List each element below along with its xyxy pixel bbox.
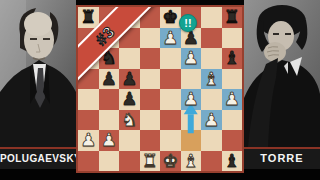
black-pawn-c4: ♟ bbox=[119, 89, 140, 110]
white-pawn-b2: ♟ bbox=[99, 130, 120, 151]
square-h2 bbox=[222, 130, 243, 151]
square-d6 bbox=[140, 48, 161, 69]
square-c5: ♟ bbox=[119, 69, 140, 90]
square-a2: ♟ bbox=[78, 130, 99, 151]
black-bishop-h6: ♝ bbox=[222, 48, 243, 69]
square-b4 bbox=[99, 89, 120, 110]
square-h5 bbox=[222, 69, 243, 90]
square-g2 bbox=[201, 130, 222, 151]
square-f4: ♟ bbox=[181, 89, 202, 110]
white-bishop-g5: ♝ bbox=[201, 69, 222, 90]
square-e5 bbox=[160, 69, 181, 90]
white-pawn-f4: ♟ bbox=[181, 89, 202, 110]
player-name-left: POLUGAEVSKY bbox=[0, 147, 76, 169]
square-b2: ♟ bbox=[99, 130, 120, 151]
white-king-e1: ♚ bbox=[160, 151, 181, 172]
white-pawn-h4: ♟ bbox=[222, 89, 243, 110]
player-name-right-label: TORRE bbox=[260, 152, 303, 164]
player-name-left-label: POLUGAEVSKY bbox=[0, 153, 81, 164]
square-g4 bbox=[201, 89, 222, 110]
white-bishop-f1: ♝ bbox=[181, 151, 202, 172]
chess-board: ♜♚♜♟♟♟♞♟♝♟♟♝♟♟♟♞♟♟♟♜♚♝♝ #3 !! bbox=[78, 7, 242, 171]
torre-portrait bbox=[244, 0, 320, 147]
square-a3 bbox=[78, 110, 99, 131]
square-c6 bbox=[119, 48, 140, 69]
black-pawn-c5: ♟ bbox=[119, 69, 140, 90]
square-f1: ♝ bbox=[181, 151, 202, 172]
square-g1 bbox=[201, 151, 222, 172]
black-rook-a8: ♜ bbox=[78, 7, 99, 28]
photo-torre bbox=[244, 0, 320, 147]
square-g7 bbox=[201, 28, 222, 49]
square-e2 bbox=[160, 130, 181, 151]
square-g6 bbox=[201, 48, 222, 69]
square-e8: ♚ bbox=[160, 7, 181, 28]
square-h4: ♟ bbox=[222, 89, 243, 110]
white-rook-d1: ♜ bbox=[140, 151, 161, 172]
white-knight-c3: ♞ bbox=[119, 110, 140, 131]
white-pawn-f6: ♟ bbox=[181, 48, 202, 69]
square-d1: ♜ bbox=[140, 151, 161, 172]
square-d4 bbox=[140, 89, 161, 110]
square-g8 bbox=[201, 7, 222, 28]
square-h8: ♜ bbox=[222, 7, 243, 28]
square-e6 bbox=[160, 48, 181, 69]
black-rook-h8: ♜ bbox=[222, 7, 243, 28]
square-a8: ♜ bbox=[78, 7, 99, 28]
square-c4: ♟ bbox=[119, 89, 140, 110]
brilliant-move-badge: !! bbox=[179, 14, 197, 32]
square-e4 bbox=[160, 89, 181, 110]
square-f6: ♟ bbox=[181, 48, 202, 69]
square-f3 bbox=[181, 110, 202, 131]
square-c2 bbox=[119, 130, 140, 151]
square-d5 bbox=[140, 69, 161, 90]
square-e7: ♟ bbox=[160, 28, 181, 49]
square-b3 bbox=[99, 110, 120, 131]
brilliant-move-text: !! bbox=[184, 17, 191, 29]
chess-board-frame: ♜♚♜♟♟♟♞♟♝♟♟♝♟♟♟♞♟♟♟♜♚♝♝ #3 !! bbox=[76, 5, 244, 173]
black-bishop-h1: ♝ bbox=[222, 151, 243, 172]
chess-video-thumbnail: POLUGAEVSKY TORRE ♜♚♜♟♟♟♞♟♝♟♟♝♟♟♟♞♟♟♟♜♚♝… bbox=[0, 0, 320, 180]
square-b5: ♟ bbox=[99, 69, 120, 90]
square-d3 bbox=[140, 110, 161, 131]
player-name-right: TORRE bbox=[244, 147, 320, 169]
square-d7 bbox=[140, 28, 161, 49]
square-e3 bbox=[160, 110, 181, 131]
square-h7 bbox=[222, 28, 243, 49]
square-h3 bbox=[222, 110, 243, 131]
white-pawn-g3: ♟ bbox=[201, 110, 222, 131]
black-pawn-b5: ♟ bbox=[99, 69, 120, 90]
square-c3: ♞ bbox=[119, 110, 140, 131]
square-a1 bbox=[78, 151, 99, 172]
polugaevsky-portrait bbox=[0, 0, 76, 147]
square-h6: ♝ bbox=[222, 48, 243, 69]
black-king-e8: ♚ bbox=[160, 7, 181, 28]
square-d2 bbox=[140, 130, 161, 151]
photo-polugaevsky bbox=[0, 0, 76, 147]
square-h1: ♝ bbox=[222, 151, 243, 172]
square-c1 bbox=[119, 151, 140, 172]
square-f5 bbox=[181, 69, 202, 90]
white-pawn-a2: ♟ bbox=[78, 130, 99, 151]
square-g3: ♟ bbox=[201, 110, 222, 131]
square-a4 bbox=[78, 89, 99, 110]
square-b1 bbox=[99, 151, 120, 172]
square-g5: ♝ bbox=[201, 69, 222, 90]
white-pawn-e7: ♟ bbox=[160, 28, 181, 49]
square-f2 bbox=[181, 130, 202, 151]
square-e1: ♚ bbox=[160, 151, 181, 172]
